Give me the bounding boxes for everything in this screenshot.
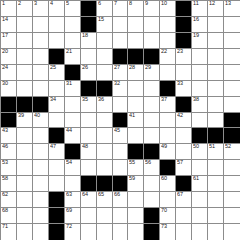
clue-number-41: 41 (129, 113, 135, 119)
white-cell-r15c7[interactable] (97, 224, 113, 240)
clue-number-34: 34 (50, 97, 56, 103)
white-cell-r2c1[interactable]: 14 (1, 17, 17, 33)
white-cell-r5c4[interactable]: 25 (49, 65, 65, 81)
white-cell-r1c5[interactable]: 5 (65, 1, 81, 17)
clue-number-35: 35 (82, 97, 88, 103)
white-cell-r13c14[interactable] (208, 192, 224, 208)
clue-number-19: 19 (193, 33, 199, 39)
clue-number-25: 25 (50, 65, 56, 71)
white-cell-r9c7[interactable] (97, 128, 113, 144)
white-cell-r13c5[interactable]: 63 (65, 192, 81, 208)
black-cell-r4c9 (128, 49, 144, 65)
clue-number-37: 37 (161, 97, 167, 103)
black-cell-r2c6 (81, 17, 97, 33)
white-cell-r11c7[interactable] (97, 160, 113, 176)
clue-number-54: 54 (66, 160, 72, 166)
white-cell-r2c4[interactable] (49, 17, 65, 33)
clue-number-39: 39 (18, 113, 24, 119)
clue-number-32: 32 (114, 81, 120, 87)
white-cell-r13c1[interactable]: 62 (1, 192, 17, 208)
white-cell-r8c2[interactable]: 39 (17, 113, 33, 129)
black-cell-r7c1 (1, 97, 17, 113)
clue-number-36: 36 (98, 97, 104, 103)
white-cell-r6c5[interactable]: 31 (65, 81, 81, 97)
white-cell-r5c14[interactable] (208, 65, 224, 81)
white-cell-r4c6[interactable] (81, 49, 97, 65)
white-cell-r2c7[interactable]: 15 (97, 17, 113, 33)
clue-number-66: 66 (114, 192, 120, 198)
white-cell-r5c2[interactable] (17, 65, 33, 81)
white-cell-r13c11[interactable] (160, 192, 176, 208)
white-cell-r3c5[interactable] (65, 33, 81, 49)
clue-number-6: 6 (98, 1, 101, 7)
white-cell-r5c13[interactable] (192, 65, 208, 81)
white-cell-r8c13[interactable] (192, 113, 208, 129)
white-cell-r14c7[interactable] (97, 208, 113, 224)
black-cell-r8c15 (224, 113, 240, 129)
white-cell-r9c2[interactable] (17, 128, 33, 144)
white-cell-r13c10[interactable] (144, 192, 160, 208)
white-cell-r10c6[interactable]: 48 (81, 144, 97, 160)
white-cell-r8c5[interactable] (65, 113, 81, 129)
white-cell-r5c8[interactable]: 27 (113, 65, 129, 81)
black-cell-r11c11 (160, 160, 176, 176)
white-cell-r15c2[interactable] (17, 224, 33, 240)
white-cell-r13c8[interactable]: 66 (113, 192, 129, 208)
white-cell-r10c2[interactable] (17, 144, 33, 160)
white-cell-r11c9[interactable]: 55 (128, 160, 144, 176)
white-cell-r9c1[interactable]: 43 (1, 128, 17, 144)
white-cell-r6c1[interactable]: 30 (1, 81, 17, 97)
black-cell-r4c4 (49, 49, 65, 65)
clue-number-40: 40 (34, 113, 40, 119)
clue-number-20: 20 (2, 49, 8, 55)
white-cell-r3c9[interactable] (128, 33, 144, 49)
white-cell-r11c2[interactable] (17, 160, 33, 176)
black-cell-r1c6 (81, 1, 97, 17)
black-cell-r13c4 (49, 192, 65, 208)
black-cell-r2c12 (176, 17, 192, 33)
white-cell-r14c9[interactable] (128, 208, 144, 224)
clue-number-28: 28 (129, 65, 135, 71)
white-cell-r6c9[interactable] (128, 81, 144, 97)
white-cell-r2c15[interactable] (224, 17, 240, 33)
white-cell-r6c12[interactable]: 33 (176, 81, 192, 97)
white-cell-r2c9[interactable] (128, 17, 144, 33)
clue-number-71: 71 (2, 224, 8, 230)
black-cell-r7c12 (176, 97, 192, 113)
black-cell-r10c9 (128, 144, 144, 160)
clue-number-60: 60 (161, 176, 167, 182)
white-cell-r7c4[interactable]: 34 (49, 97, 65, 113)
white-cell-r2c5[interactable] (65, 17, 81, 33)
white-cell-r5c11[interactable] (160, 65, 176, 81)
black-cell-r9c4 (49, 128, 65, 144)
clue-number-38: 38 (193, 97, 199, 103)
white-cell-r11c1[interactable]: 53 (1, 160, 17, 176)
white-cell-r9c9[interactable] (128, 128, 144, 144)
white-cell-r9c5[interactable]: 44 (65, 128, 81, 144)
black-cell-r12c8 (113, 176, 129, 192)
white-cell-r13c7[interactable]: 65 (97, 192, 113, 208)
white-cell-r4c12[interactable]: 23 (176, 49, 192, 65)
white-cell-r10c11[interactable]: 49 (160, 144, 176, 160)
clue-number-24: 24 (2, 65, 8, 71)
white-cell-r4c14[interactable] (208, 49, 224, 65)
clue-number-29: 29 (145, 65, 151, 71)
white-cell-r1c7[interactable]: 6 (97, 1, 113, 17)
white-cell-r15c5[interactable]: 72 (65, 224, 81, 240)
white-cell-r8c4[interactable] (49, 113, 65, 129)
white-cell-r13c15[interactable] (224, 192, 240, 208)
clue-number-49: 49 (161, 144, 167, 150)
white-cell-r5c1[interactable]: 24 (1, 65, 17, 81)
white-cell-r7c14[interactable] (208, 97, 224, 113)
white-cell-r2c11[interactable] (160, 17, 176, 33)
black-cell-r4c10 (144, 49, 160, 65)
clue-number-58: 58 (2, 176, 8, 182)
white-cell-r10c1[interactable]: 46 (1, 144, 17, 160)
white-cell-r1c3[interactable]: 3 (33, 1, 49, 17)
white-cell-r3c6[interactable]: 18 (81, 33, 97, 49)
white-cell-r8c12[interactable]: 42 (176, 113, 192, 129)
white-cell-r10c12[interactable] (176, 144, 192, 160)
black-cell-r15c10 (144, 224, 160, 240)
white-cell-r11c12[interactable]: 57 (176, 160, 192, 176)
white-cell-r2c10[interactable] (144, 17, 160, 33)
clue-number-59: 59 (129, 176, 135, 182)
white-cell-r4c7[interactable] (97, 49, 113, 65)
white-cell-r5c3[interactable] (33, 65, 49, 81)
clue-number-67: 67 (177, 192, 183, 198)
white-cell-r1c8[interactable]: 7 (113, 1, 129, 17)
clue-number-15: 15 (98, 17, 104, 23)
white-cell-r8c3[interactable]: 40 (33, 113, 49, 129)
white-cell-r8c10[interactable] (144, 113, 160, 129)
white-cell-r6c2[interactable] (17, 81, 33, 97)
white-cell-r9c12[interactable] (176, 128, 192, 144)
white-cell-r15c14[interactable] (208, 224, 224, 240)
clue-number-33: 33 (177, 81, 183, 87)
white-cell-r1c15[interactable]: 13 (224, 1, 240, 17)
black-cell-r12c12 (176, 176, 192, 192)
clue-number-17: 17 (2, 33, 8, 39)
white-cell-r14c1[interactable]: 68 (1, 208, 17, 224)
clue-number-12: 12 (209, 1, 215, 7)
black-cell-r9c13 (192, 128, 208, 144)
white-cell-r1c9[interactable]: 8 (128, 1, 144, 17)
white-cell-r6c14[interactable] (208, 81, 224, 97)
clue-number-30: 30 (2, 81, 8, 87)
white-cell-r4c3[interactable] (33, 49, 49, 65)
black-cell-r5c5 (65, 65, 81, 81)
white-cell-r10c7[interactable] (97, 144, 113, 160)
white-cell-r13c6[interactable]: 64 (81, 192, 97, 208)
white-cell-r14c2[interactable] (17, 208, 33, 224)
white-cell-r8c14[interactable] (208, 113, 224, 129)
white-cell-r12c15[interactable] (224, 176, 240, 192)
white-cell-r13c2[interactable] (17, 192, 33, 208)
clue-number-72: 72 (66, 224, 72, 230)
clue-number-68: 68 (2, 208, 8, 214)
white-cell-r14c8[interactable] (113, 208, 129, 224)
clue-number-45: 45 (114, 128, 120, 134)
white-cell-r14c12[interactable] (176, 208, 192, 224)
white-cell-r6c4[interactable] (49, 81, 65, 97)
clue-number-13: 13 (225, 1, 231, 7)
clue-number-56: 56 (145, 160, 151, 166)
white-cell-r6c10[interactable] (144, 81, 160, 97)
clue-number-9: 9 (145, 1, 148, 7)
white-cell-r9c10[interactable] (144, 128, 160, 144)
clue-number-73: 73 (161, 224, 167, 230)
clue-number-57: 57 (177, 160, 183, 166)
white-cell-r7c11[interactable]: 37 (160, 97, 176, 113)
white-cell-r5c7[interactable] (97, 65, 113, 81)
white-cell-r1c11[interactable]: 10 (160, 1, 176, 17)
white-cell-r12c10[interactable] (144, 176, 160, 192)
clue-number-26: 26 (82, 65, 88, 71)
white-cell-r3c13[interactable]: 19 (192, 33, 208, 49)
clue-number-63: 63 (66, 192, 72, 198)
white-cell-r1c14[interactable]: 12 (208, 1, 224, 17)
white-cell-r3c15[interactable] (224, 33, 240, 49)
clue-number-44: 44 (66, 128, 72, 134)
white-cell-r3c8[interactable] (113, 33, 129, 49)
clue-number-50: 50 (193, 144, 199, 150)
white-cell-r15c13[interactable] (192, 224, 208, 240)
clue-number-43: 43 (2, 128, 8, 134)
white-cell-r12c5[interactable] (65, 176, 81, 192)
white-cell-r9c6[interactable] (81, 128, 97, 144)
white-cell-r1c2[interactable]: 2 (17, 1, 33, 17)
white-cell-r13c9[interactable] (128, 192, 144, 208)
white-cell-r7c8[interactable] (113, 97, 129, 113)
black-cell-r14c4 (49, 208, 65, 224)
white-cell-r11c15[interactable] (224, 160, 240, 176)
black-cell-r12c6 (81, 176, 97, 192)
white-cell-r6c8[interactable]: 32 (113, 81, 129, 97)
black-cell-r10c10 (144, 144, 160, 160)
white-cell-r3c1[interactable]: 17 (1, 33, 17, 49)
black-cell-r10c5 (65, 144, 81, 160)
black-cell-r3c12 (176, 33, 192, 49)
clue-number-2: 2 (18, 1, 21, 7)
white-cell-r15c12[interactable] (176, 224, 192, 240)
white-cell-r1c10[interactable]: 9 (144, 1, 160, 17)
white-cell-r14c14[interactable] (208, 208, 224, 224)
white-cell-r8c6[interactable] (81, 113, 97, 129)
white-cell-r5c12[interactable] (176, 65, 192, 81)
white-cell-r14c6[interactable] (81, 208, 97, 224)
white-cell-r11c5[interactable]: 54 (65, 160, 81, 176)
white-cell-r2c13[interactable]: 16 (192, 17, 208, 33)
white-cell-r7c9[interactable] (128, 97, 144, 113)
clue-number-61: 61 (193, 176, 199, 182)
white-cell-r3c2[interactable] (17, 33, 33, 49)
white-cell-r3c4[interactable] (49, 33, 65, 49)
clue-number-16: 16 (193, 17, 199, 23)
clue-number-4: 4 (50, 1, 53, 7)
white-cell-r8c11[interactable] (160, 113, 176, 129)
white-cell-r14c3[interactable] (33, 208, 49, 224)
white-cell-r14c11[interactable]: 70 (160, 208, 176, 224)
white-cell-r4c2[interactable] (17, 49, 33, 65)
white-cell-r2c14[interactable] (208, 17, 224, 33)
white-cell-r6c13[interactable] (192, 81, 208, 97)
white-cell-r4c11[interactable]: 22 (160, 49, 176, 65)
white-cell-r14c13[interactable] (192, 208, 208, 224)
white-cell-r15c6[interactable] (81, 224, 97, 240)
black-cell-r8c8 (113, 113, 129, 129)
clue-number-46: 46 (2, 144, 8, 150)
white-cell-r4c5[interactable]: 21 (65, 49, 81, 65)
white-cell-r15c1[interactable]: 71 (1, 224, 17, 240)
clue-number-69: 69 (66, 208, 72, 214)
clue-number-11: 11 (193, 1, 199, 7)
white-cell-r11c13[interactable] (192, 160, 208, 176)
white-cell-r1c13[interactable]: 11 (192, 1, 208, 17)
black-cell-r7c3 (33, 97, 49, 113)
black-cell-r12c7 (97, 176, 113, 192)
black-cell-r9c15 (224, 128, 240, 144)
white-cell-r14c5[interactable]: 69 (65, 208, 81, 224)
clue-number-14: 14 (2, 17, 8, 23)
white-cell-r7c5[interactable] (65, 97, 81, 113)
white-cell-r4c1[interactable]: 20 (1, 49, 17, 65)
white-cell-r15c11[interactable]: 73 (160, 224, 176, 240)
white-cell-r12c1[interactable]: 58 (1, 176, 17, 192)
white-cell-r11c8[interactable] (113, 160, 129, 176)
clue-number-52: 52 (225, 144, 231, 150)
black-cell-r6c11 (160, 81, 176, 97)
black-cell-r1c12 (176, 1, 192, 17)
white-cell-r11c3[interactable] (33, 160, 49, 176)
white-cell-r2c8[interactable] (113, 17, 129, 33)
white-cell-r7c13[interactable]: 38 (192, 97, 208, 113)
white-cell-r7c10[interactable] (144, 97, 160, 113)
white-cell-r8c7[interactable] (97, 113, 113, 129)
white-cell-r11c14[interactable] (208, 160, 224, 176)
white-cell-r10c8[interactable] (113, 144, 129, 160)
black-cell-r6c6 (81, 81, 97, 97)
clue-number-8: 8 (129, 1, 132, 7)
white-cell-r3c10[interactable] (144, 33, 160, 49)
white-cell-r8c9[interactable]: 41 (128, 113, 144, 129)
clue-number-22: 22 (161, 49, 167, 55)
white-cell-r10c4[interactable]: 47 (49, 144, 65, 160)
black-cell-r4c8 (113, 49, 129, 65)
white-cell-r13c3[interactable] (33, 192, 49, 208)
white-cell-r7c6[interactable]: 35 (81, 97, 97, 113)
white-cell-r6c15[interactable] (224, 81, 240, 97)
clue-number-7: 7 (114, 1, 117, 7)
white-cell-r9c3[interactable] (33, 128, 49, 144)
black-cell-r7c2 (17, 97, 33, 113)
white-cell-r1c4[interactable]: 4 (49, 1, 65, 17)
black-cell-r14c10 (144, 208, 160, 224)
white-cell-r9c8[interactable]: 45 (113, 128, 129, 144)
clue-number-23: 23 (177, 49, 183, 55)
clue-number-5: 5 (66, 1, 69, 7)
white-cell-r5c15[interactable] (224, 65, 240, 81)
white-cell-r12c3[interactable] (33, 176, 49, 192)
black-cell-r9c14 (208, 128, 224, 144)
white-cell-r7c7[interactable]: 36 (97, 97, 113, 113)
clue-number-21: 21 (66, 49, 72, 55)
black-cell-r15c4 (49, 224, 65, 240)
clue-number-27: 27 (114, 65, 120, 71)
clue-number-51: 51 (209, 144, 215, 150)
white-cell-r12c4[interactable] (49, 176, 65, 192)
white-cell-r3c11[interactable] (160, 33, 176, 49)
white-cell-r12c9[interactable]: 59 (128, 176, 144, 192)
clue-number-70: 70 (161, 208, 167, 214)
white-cell-r15c9[interactable] (128, 224, 144, 240)
clue-number-53: 53 (2, 160, 8, 166)
clue-number-31: 31 (66, 81, 72, 87)
white-cell-r2c3[interactable] (33, 17, 49, 33)
white-cell-r7c15[interactable] (224, 97, 240, 113)
clue-number-47: 47 (50, 144, 56, 150)
white-cell-r12c13[interactable]: 61 (192, 176, 208, 192)
white-cell-r11c10[interactable]: 56 (144, 160, 160, 176)
white-cell-r3c14[interactable] (208, 33, 224, 49)
white-cell-r10c15[interactable]: 52 (224, 144, 240, 160)
black-cell-r6c7 (97, 81, 113, 97)
black-cell-r8c1 (1, 113, 17, 129)
white-cell-r10c14[interactable]: 51 (208, 144, 224, 160)
white-cell-r15c15[interactable] (224, 224, 240, 240)
white-cell-r6c3[interactable] (33, 81, 49, 97)
white-cell-r1c1[interactable]: 1 (1, 1, 17, 17)
clue-number-42: 42 (177, 113, 183, 119)
white-cell-r10c3[interactable] (33, 144, 49, 160)
white-cell-r11c6[interactable] (81, 160, 97, 176)
crossword-grid: 1234567891011121314151617181920212223242… (0, 0, 240, 240)
clue-number-48: 48 (82, 144, 88, 150)
white-cell-r5c6[interactable]: 26 (81, 65, 97, 81)
clue-number-65: 65 (98, 192, 104, 198)
white-cell-r12c11[interactable]: 60 (160, 176, 176, 192)
clue-number-10: 10 (161, 1, 167, 7)
white-cell-r4c15[interactable] (224, 49, 240, 65)
white-cell-r5c10[interactable]: 29 (144, 65, 160, 81)
clue-number-55: 55 (129, 160, 135, 166)
white-cell-r11c4[interactable] (49, 160, 65, 176)
white-cell-r14c15[interactable] (224, 208, 240, 224)
white-cell-r15c8[interactable] (113, 224, 129, 240)
white-cell-r4c13[interactable] (192, 49, 208, 65)
clue-number-64: 64 (82, 192, 88, 198)
white-cell-r13c13[interactable] (192, 192, 208, 208)
clue-number-62: 62 (2, 192, 8, 198)
white-cell-r2c2[interactable] (17, 17, 33, 33)
white-cell-r12c14[interactable] (208, 176, 224, 192)
white-cell-r3c7[interactable] (97, 33, 113, 49)
white-cell-r5c9[interactable]: 28 (128, 65, 144, 81)
white-cell-r10c13[interactable]: 50 (192, 144, 208, 160)
white-cell-r12c2[interactable] (17, 176, 33, 192)
clue-number-3: 3 (34, 1, 37, 7)
white-cell-r13c12[interactable]: 67 (176, 192, 192, 208)
white-cell-r3c3[interactable] (33, 33, 49, 49)
white-cell-r15c3[interactable] (33, 224, 49, 240)
clue-number-18: 18 (82, 33, 88, 39)
white-cell-r9c11[interactable] (160, 128, 176, 144)
clue-number-1: 1 (2, 1, 5, 7)
